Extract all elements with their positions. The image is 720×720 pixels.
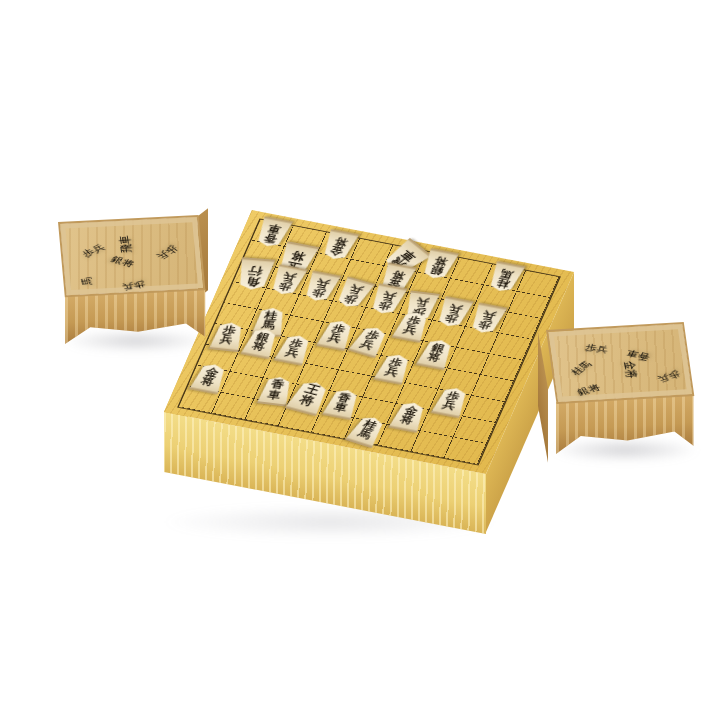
piece-kanji: 将	[200, 375, 216, 387]
piece-kanji: 兵	[381, 291, 397, 303]
piece-tile: 金将	[189, 362, 231, 395]
piece-kanji: 兵	[347, 284, 364, 296]
piece-kanji: 車	[117, 235, 133, 245]
captured-piece-pawn[interactable]: 歩兵	[112, 271, 148, 297]
captured-piece-pawn[interactable]: 歩兵	[645, 361, 686, 390]
komadai-left-top: 飛車歩兵銀将歩兵馬歩兵	[58, 215, 205, 297]
piece-tile: 金将	[318, 229, 360, 262]
piece-kanji: 兵	[327, 332, 343, 344]
piece-tile: 歩兵	[430, 386, 472, 419]
shogi-piece-gote-knight[interactable]: 桂馬	[484, 261, 526, 294]
piece-tile: 銀将	[415, 337, 457, 370]
captured-piece-gold[interactable]: 金将	[605, 360, 646, 385]
floor-shadow-left-stand	[62, 330, 210, 352]
piece-kanji: 兵	[281, 271, 297, 283]
piece-kanji: 兵	[595, 344, 609, 355]
piece-tile: 馬	[69, 265, 96, 287]
piece-tile: 桂馬	[484, 261, 526, 294]
piece-kanji: 車	[333, 401, 349, 413]
piece-tile: 歩兵	[208, 321, 247, 352]
captured-piece-promoted-bishop[interactable]: 馬	[69, 264, 107, 287]
piece-tile: 銀将	[573, 377, 609, 399]
piece-kanji: 馬	[356, 427, 373, 440]
piece-kanji: 兵	[384, 366, 400, 378]
piece-kanji: 車	[266, 223, 282, 235]
piece-kanji: 将	[289, 250, 307, 263]
shogi-piece-sente-silver[interactable]: 銀将	[415, 337, 457, 370]
piece-kanji: 兵	[219, 334, 234, 345]
piece-tile: 金将	[619, 360, 646, 384]
shogi-piece-gote-gold[interactable]: 金将	[318, 229, 360, 262]
piece-kanji: 将	[623, 369, 639, 379]
piece-kanji: 兵	[359, 338, 376, 351]
piece-kanji: 将	[426, 351, 442, 363]
piece-kanji: 車	[267, 388, 283, 399]
shogi-piece-sente-gold[interactable]: 金将	[189, 362, 231, 395]
shogi-set-photo: { "game": "shogi", "scene": "wooden shog…	[0, 0, 720, 720]
piece-kanji: 兵	[480, 310, 496, 322]
piece-tile: 歩兵	[76, 236, 113, 260]
piece-tile: 歩兵	[466, 302, 508, 335]
piece-tile: 歩兵	[273, 333, 315, 366]
piece-tile: 歩兵	[583, 338, 616, 357]
piece-kanji: 兵	[402, 324, 418, 336]
piece-kanji: 兵	[314, 278, 330, 290]
shogi-piece-sente-pawn[interactable]: 歩兵	[430, 386, 472, 419]
piece-tile: 歩兵	[373, 352, 415, 385]
piece-kanji: 兵	[414, 297, 430, 308]
piece-kanji: 将	[332, 236, 348, 248]
captured-piece-silver[interactable]: 銀将	[573, 377, 613, 405]
shogi-piece-sente-pawn[interactable]: 歩兵	[273, 333, 315, 366]
shogi-piece-gote-pawn[interactable]: 歩兵	[466, 302, 508, 335]
piece-kanji: 将	[298, 393, 317, 407]
piece-kanji: 行	[247, 265, 264, 277]
piece-kanji: 兵	[121, 281, 135, 292]
piece-kanji: 将	[251, 340, 267, 352]
piece-kanji: 兵	[441, 399, 457, 411]
piece-tile: 歩兵	[649, 368, 685, 390]
shogi-piece-sente-gold[interactable]: 金将	[388, 400, 430, 433]
piece-kanji: 兵	[447, 303, 463, 315]
piece-kanji: 馬	[498, 268, 514, 280]
piece-kanji: 兵	[284, 346, 300, 358]
piece-tile: 金将	[388, 400, 430, 433]
piece-tile: 歩兵	[148, 243, 185, 267]
piece-kanji: 将	[390, 270, 406, 282]
piece-kanji: 将	[432, 255, 448, 267]
piece-kanji: 車	[399, 248, 419, 263]
shogi-piece-sente-pawn[interactable]: 歩兵	[373, 352, 415, 385]
shogi-piece-sente-pawn[interactable]: 歩兵	[208, 321, 247, 352]
komadai-right-top: 歩兵香車桂馬金将歩兵銀将	[546, 322, 694, 404]
promoted-red-kanji: 馬	[78, 277, 94, 286]
piece-kanji: 将	[399, 414, 415, 426]
